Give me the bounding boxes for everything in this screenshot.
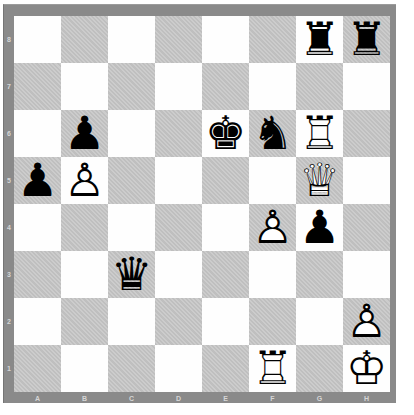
black-knight-glyph: ♞ — [252, 110, 293, 157]
square-f6[interactable]: ♞ — [249, 110, 296, 157]
square-g1[interactable] — [296, 345, 343, 392]
white-queen-glyph: ♕ — [299, 157, 340, 204]
square-g7[interactable] — [296, 63, 343, 110]
white-rook-glyph: ♖ — [252, 345, 293, 392]
rank-label-5: 5 — [4, 157, 14, 204]
white-pawn-glyph: ♙ — [252, 204, 293, 251]
square-a4[interactable] — [14, 204, 61, 251]
black-king[interactable]: ♚ — [202, 110, 249, 157]
square-a1[interactable] — [14, 345, 61, 392]
square-h8[interactable]: ♜ — [343, 16, 390, 63]
square-c1[interactable] — [108, 345, 155, 392]
file-label-b: B — [61, 392, 108, 404]
square-e5[interactable] — [202, 157, 249, 204]
white-king[interactable]: ♚♔ — [343, 345, 390, 392]
black-knight[interactable]: ♞ — [249, 110, 296, 157]
square-e8[interactable] — [202, 16, 249, 63]
black-pawn[interactable]: ♟ — [61, 110, 108, 157]
file-label-c: C — [108, 392, 155, 404]
file-label-e: E — [202, 392, 249, 404]
white-rook-glyph: ♖ — [299, 110, 340, 157]
square-h6[interactable] — [343, 110, 390, 157]
square-b4[interactable] — [61, 204, 108, 251]
rank-label-7: 7 — [4, 63, 14, 110]
black-pawn[interactable]: ♟ — [296, 204, 343, 251]
square-c2[interactable] — [108, 298, 155, 345]
square-b3[interactable] — [61, 251, 108, 298]
square-c8[interactable] — [108, 16, 155, 63]
square-g2[interactable] — [296, 298, 343, 345]
white-queen[interactable]: ♛♕ — [296, 157, 343, 204]
chess-diagram: ♜♜♟♚♞♜♖♟♟♙♛♕♟♙♟♛♟♙♜♖♚♔ 87654321 ABCDEFGH — [0, 0, 414, 415]
square-g4[interactable]: ♟ — [296, 204, 343, 251]
black-queen-glyph: ♛ — [111, 251, 152, 298]
square-f1[interactable]: ♜♖ — [249, 345, 296, 392]
square-h1[interactable]: ♚♔ — [343, 345, 390, 392]
black-rook[interactable]: ♜ — [343, 16, 390, 63]
square-a8[interactable] — [14, 16, 61, 63]
black-rook-glyph: ♜ — [299, 16, 340, 63]
black-queen[interactable]: ♛ — [108, 251, 155, 298]
file-label-d: D — [155, 392, 202, 404]
square-d3[interactable] — [155, 251, 202, 298]
square-g5[interactable]: ♛♕ — [296, 157, 343, 204]
square-e4[interactable] — [202, 204, 249, 251]
square-f8[interactable] — [249, 16, 296, 63]
square-h3[interactable] — [343, 251, 390, 298]
square-b8[interactable] — [61, 16, 108, 63]
square-a3[interactable] — [14, 251, 61, 298]
black-king-glyph: ♚ — [205, 110, 246, 157]
square-f7[interactable] — [249, 63, 296, 110]
square-d8[interactable] — [155, 16, 202, 63]
square-b2[interactable] — [61, 298, 108, 345]
black-pawn-glyph: ♟ — [17, 157, 58, 204]
rank-label-3: 3 — [4, 251, 14, 298]
black-rook-glyph: ♜ — [346, 16, 387, 63]
square-g8[interactable]: ♜ — [296, 16, 343, 63]
square-d1[interactable] — [155, 345, 202, 392]
white-pawn-glyph: ♙ — [346, 298, 387, 345]
square-e6[interactable]: ♚ — [202, 110, 249, 157]
white-rook[interactable]: ♜♖ — [249, 345, 296, 392]
square-e1[interactable] — [202, 345, 249, 392]
square-h5[interactable] — [343, 157, 390, 204]
chess-board: ♜♜♟♚♞♜♖♟♟♙♛♕♟♙♟♛♟♙♜♖♚♔ — [14, 16, 390, 392]
white-rook[interactable]: ♜♖ — [296, 110, 343, 157]
rank-label-1: 1 — [4, 345, 14, 392]
square-f4[interactable]: ♟♙ — [249, 204, 296, 251]
white-pawn-glyph: ♙ — [64, 157, 105, 204]
square-c7[interactable] — [108, 63, 155, 110]
black-rook[interactable]: ♜ — [296, 16, 343, 63]
rank-label-2: 2 — [4, 298, 14, 345]
square-d4[interactable] — [155, 204, 202, 251]
board-frame: ♜♜♟♚♞♜♖♟♟♙♛♕♟♙♟♛♟♙♜♖♚♔ 87654321 ABCDEFGH — [3, 4, 396, 403]
file-label-a: A — [14, 392, 61, 404]
white-pawn[interactable]: ♟♙ — [343, 298, 390, 345]
square-h4[interactable] — [343, 204, 390, 251]
square-b7[interactable] — [61, 63, 108, 110]
square-f5[interactable] — [249, 157, 296, 204]
square-h7[interactable] — [343, 63, 390, 110]
square-d5[interactable] — [155, 157, 202, 204]
square-b6[interactable]: ♟ — [61, 110, 108, 157]
square-a2[interactable] — [14, 298, 61, 345]
file-label-g: G — [296, 392, 343, 404]
white-king-glyph: ♔ — [346, 345, 387, 392]
square-c3[interactable]: ♛ — [108, 251, 155, 298]
square-a7[interactable] — [14, 63, 61, 110]
black-pawn[interactable]: ♟ — [14, 157, 61, 204]
square-b5[interactable]: ♟♙ — [61, 157, 108, 204]
rank-label-4: 4 — [4, 204, 14, 251]
square-f3[interactable] — [249, 251, 296, 298]
square-d2[interactable] — [155, 298, 202, 345]
square-f2[interactable] — [249, 298, 296, 345]
rank-label-8: 8 — [4, 16, 14, 63]
square-g3[interactable] — [296, 251, 343, 298]
square-e2[interactable] — [202, 298, 249, 345]
square-d7[interactable] — [155, 63, 202, 110]
rank-label-6: 6 — [4, 110, 14, 157]
square-c5[interactable] — [108, 157, 155, 204]
white-pawn[interactable]: ♟♙ — [61, 157, 108, 204]
square-a5[interactable]: ♟ — [14, 157, 61, 204]
square-a6[interactable] — [14, 110, 61, 157]
square-c4[interactable] — [108, 204, 155, 251]
square-e3[interactable] — [202, 251, 249, 298]
square-e7[interactable] — [202, 63, 249, 110]
square-h2[interactable]: ♟♙ — [343, 298, 390, 345]
square-b1[interactable] — [61, 345, 108, 392]
square-d6[interactable] — [155, 110, 202, 157]
black-pawn-glyph: ♟ — [64, 110, 105, 157]
white-pawn[interactable]: ♟♙ — [249, 204, 296, 251]
black-pawn-glyph: ♟ — [299, 204, 340, 251]
square-c6[interactable] — [108, 110, 155, 157]
square-g6[interactable]: ♜♖ — [296, 110, 343, 157]
